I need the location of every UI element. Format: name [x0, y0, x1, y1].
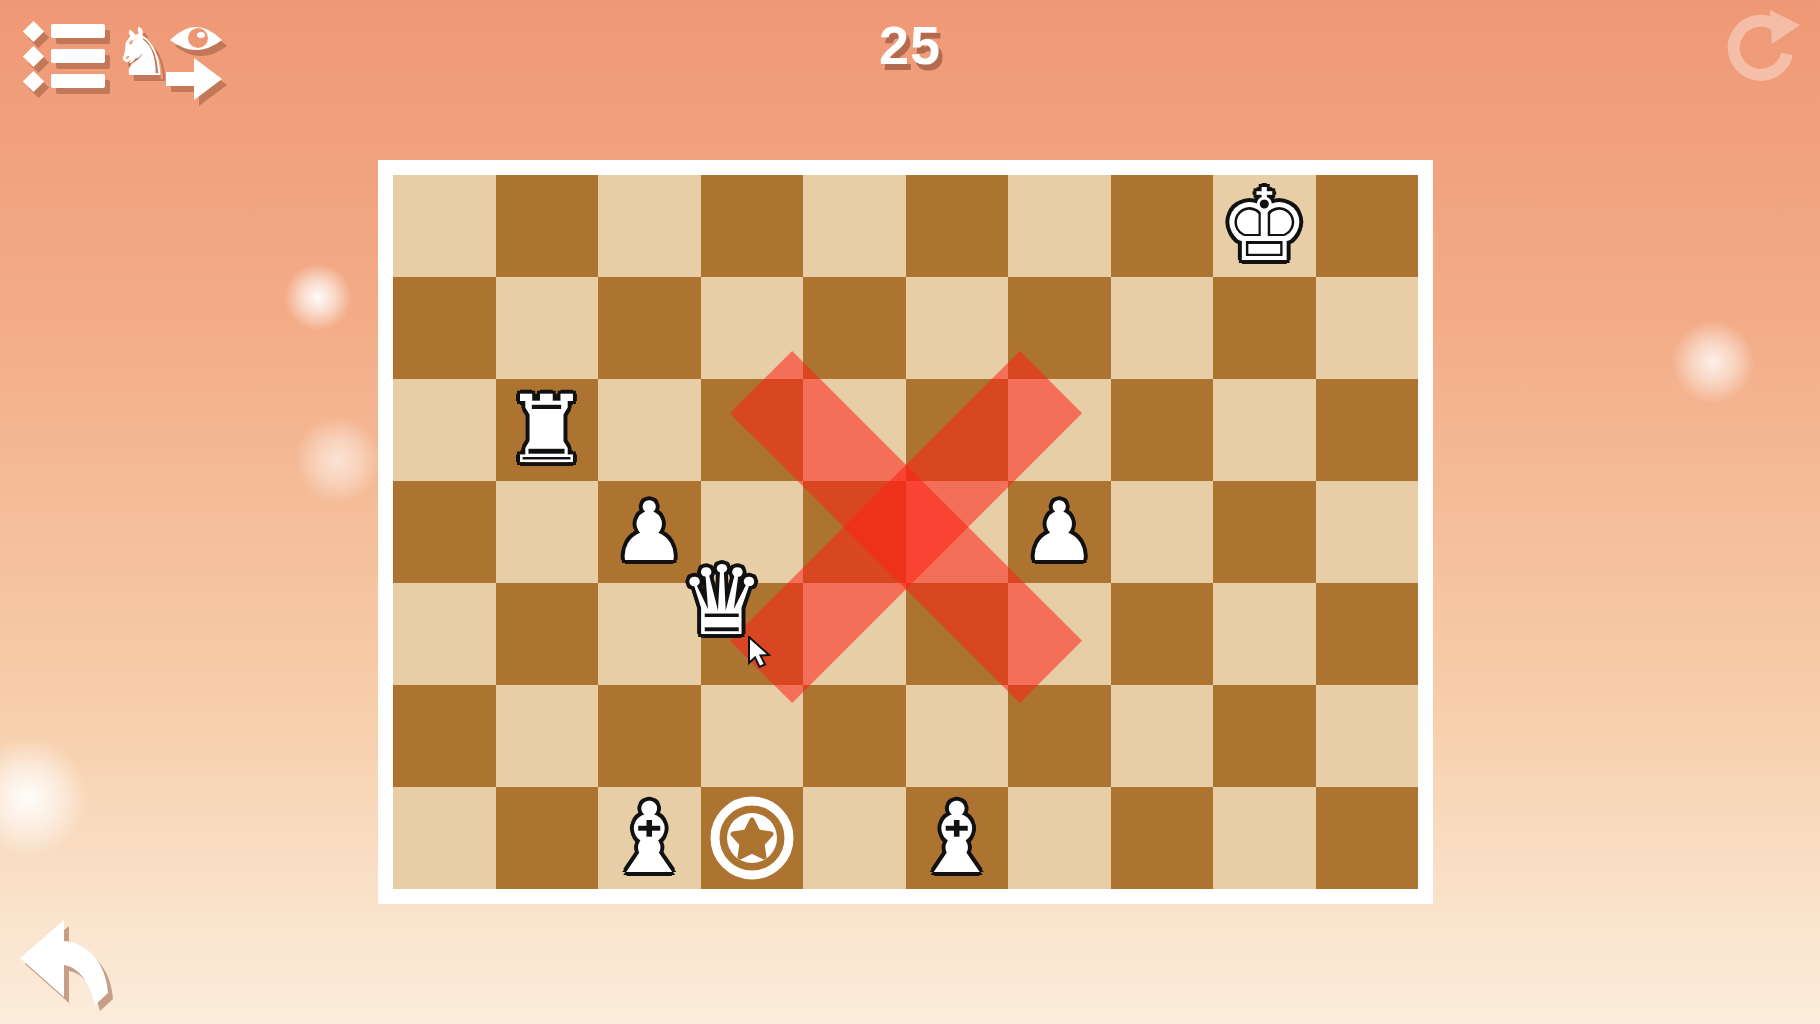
square-r6c4[interactable]	[803, 787, 906, 889]
white-bishop-2[interactable]: ♝	[906, 787, 1009, 889]
chess-board: ♚♜♟♟♛♝♝	[378, 160, 1433, 904]
board-inner: ♚♜♟♟♛♝♝	[393, 175, 1418, 889]
star-target-icon	[710, 796, 794, 880]
glow-spot	[294, 416, 382, 504]
square-r0c5[interactable]	[906, 175, 1009, 277]
square-r5c6[interactable]	[1008, 685, 1111, 787]
move-counter: 25	[0, 14, 1820, 76]
square-r2c0[interactable]	[393, 379, 496, 481]
square-r0c6[interactable]	[1008, 175, 1111, 277]
square-r0c1[interactable]	[496, 175, 599, 277]
glow-spot	[0, 738, 88, 858]
square-r6c9[interactable]	[1316, 787, 1419, 889]
square-r6c7[interactable]	[1111, 787, 1214, 889]
square-r1c4[interactable]	[803, 277, 906, 379]
back-arrow-icon	[16, 916, 112, 1012]
square-r3c9[interactable]	[1316, 481, 1419, 583]
white-pawn-2[interactable]: ♟	[1008, 481, 1111, 583]
square-r5c7[interactable]	[1111, 685, 1214, 787]
square-r2c2[interactable]	[598, 379, 701, 481]
square-r5c5[interactable]	[906, 685, 1009, 787]
back-button[interactable]	[16, 916, 112, 1012]
square-r5c8[interactable]	[1213, 685, 1316, 787]
white-bishop-1[interactable]: ♝	[598, 787, 701, 889]
square-r5c2[interactable]	[598, 685, 701, 787]
square-r2c8[interactable]	[1213, 379, 1316, 481]
glow-spot	[1671, 320, 1755, 404]
white-king[interactable]: ♚	[1213, 175, 1316, 277]
white-rook[interactable]: ♜	[496, 379, 599, 481]
mouse-cursor	[747, 636, 773, 670]
square-r5c3[interactable]	[701, 685, 804, 787]
square-r2c7[interactable]	[1111, 379, 1214, 481]
square-r3c0[interactable]	[393, 481, 496, 583]
square-r5c1[interactable]	[496, 685, 599, 787]
square-r0c0[interactable]	[393, 175, 496, 277]
square-r0c4[interactable]	[803, 175, 906, 277]
square-r3c1[interactable]	[496, 481, 599, 583]
square-r0c3[interactable]	[701, 175, 804, 277]
target-star-marker[interactable]	[701, 787, 804, 889]
square-r0c7[interactable]	[1111, 175, 1214, 277]
square-r4c9[interactable]	[1316, 583, 1419, 685]
square-r1c0[interactable]	[393, 277, 496, 379]
square-r5c0[interactable]	[393, 685, 496, 787]
restart-icon	[1720, 10, 1802, 92]
square-r6c0[interactable]	[393, 787, 496, 889]
square-r1c8[interactable]	[1213, 277, 1316, 379]
app-background: { "app": {"name": "chess puzzle trainer"…	[0, 0, 1820, 1024]
square-r4c7[interactable]	[1111, 583, 1214, 685]
square-r1c2[interactable]	[598, 277, 701, 379]
restart-button[interactable]	[1720, 10, 1802, 92]
square-r6c8[interactable]	[1213, 787, 1316, 889]
square-r2c9[interactable]	[1316, 379, 1419, 481]
square-r4c1[interactable]	[496, 583, 599, 685]
square-r4c8[interactable]	[1213, 583, 1316, 685]
square-r5c4[interactable]	[803, 685, 906, 787]
square-r1c7[interactable]	[1111, 277, 1214, 379]
square-r4c0[interactable]	[393, 583, 496, 685]
square-r5c9[interactable]	[1316, 685, 1419, 787]
square-r6c6[interactable]	[1008, 787, 1111, 889]
square-r3c7[interactable]	[1111, 481, 1214, 583]
square-r1c9[interactable]	[1316, 277, 1419, 379]
glow-spot	[284, 263, 352, 331]
square-r6c1[interactable]	[496, 787, 599, 889]
square-r1c5[interactable]	[906, 277, 1009, 379]
square-r0c2[interactable]	[598, 175, 701, 277]
square-r0c9[interactable]	[1316, 175, 1419, 277]
square-r3c8[interactable]	[1213, 481, 1316, 583]
square-r1c1[interactable]	[496, 277, 599, 379]
